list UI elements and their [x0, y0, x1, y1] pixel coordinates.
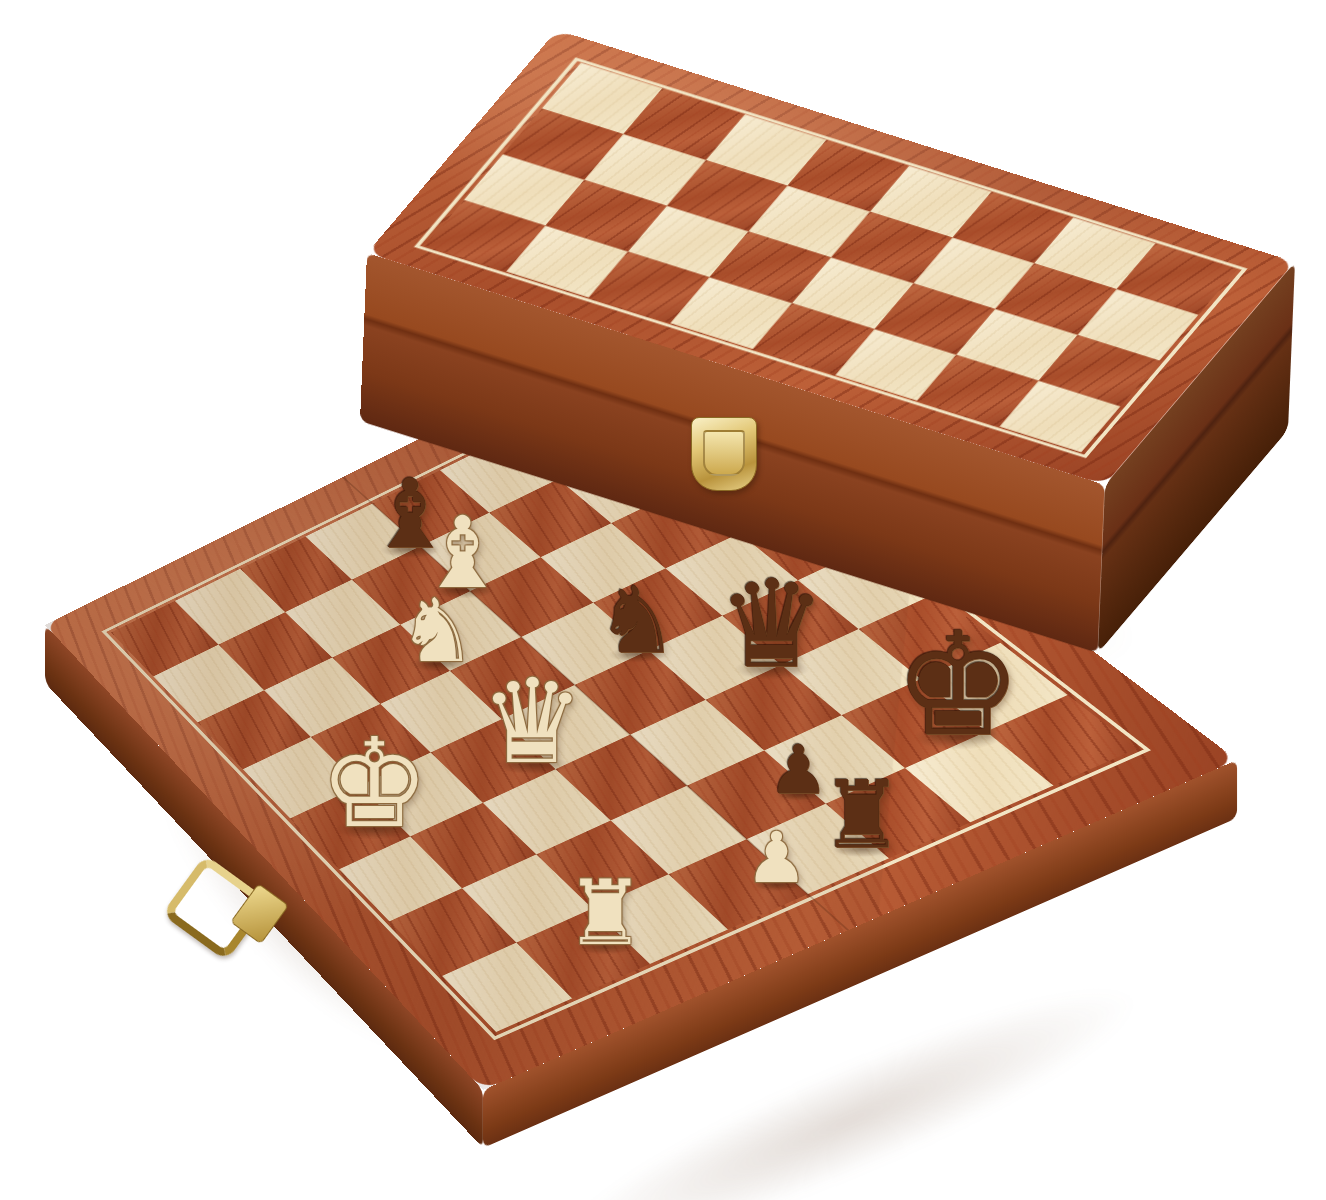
piece-white-rook-c1[interactable]: ♜: [565, 869, 645, 959]
box-brass-clasp: [691, 417, 757, 491]
piece-dark-queen-f4[interactable]: ♛: [717, 565, 826, 686]
piece-white-queen-c4[interactable]: ♛: [480, 663, 584, 780]
piece-dark-king-g2[interactable]: ♚: [894, 614, 1022, 757]
piece-white-knight-d6[interactable]: ♞: [398, 587, 476, 674]
piece-dark-rook-f1[interactable]: ♜: [820, 768, 904, 861]
piece-white-pawn-e1[interactable]: ♟: [745, 823, 808, 893]
piece-white-king-a4[interactable]: ♚: [319, 723, 429, 846]
piece-dark-knight-e5[interactable]: ♞: [596, 575, 678, 667]
chess-set-scene: ♚♛♝♞♜♟♝♞♛♚♟♜: [0, 0, 1326, 1200]
